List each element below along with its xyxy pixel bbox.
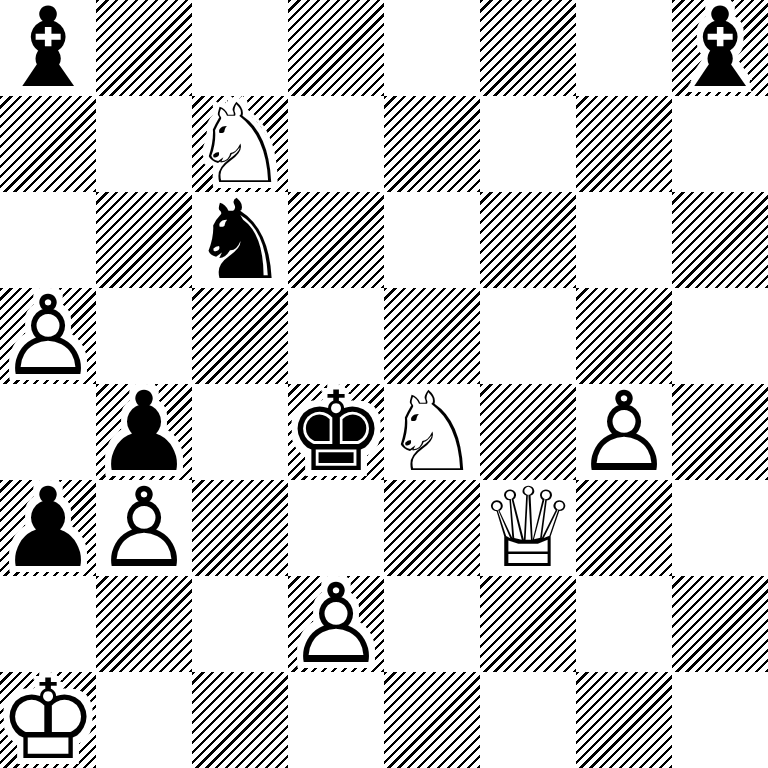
- square-b6[interactable]: [96, 192, 192, 288]
- white-king-glyph: ♔: [0, 672, 97, 768]
- square-f6[interactable]: [480, 192, 576, 288]
- square-h7[interactable]: [672, 96, 768, 192]
- square-h8[interactable]: ♝♝: [672, 0, 768, 96]
- square-f3[interactable]: ♛♕: [480, 480, 576, 576]
- white-pawn-glyph: ♙: [95, 480, 194, 576]
- square-c3[interactable]: [192, 480, 288, 576]
- square-h3[interactable]: [672, 480, 768, 576]
- square-f7[interactable]: [480, 96, 576, 192]
- square-e8[interactable]: [384, 0, 480, 96]
- square-e6[interactable]: [384, 192, 480, 288]
- square-c6[interactable]: ♞♞: [192, 192, 288, 288]
- square-g8[interactable]: [576, 0, 672, 96]
- chess-board: ♝♝♝♝♞♘♞♞♟♙♟♟♚♚♞♘♟♙♟♟♟♙♛♕♟♙♚♔: [0, 0, 768, 768]
- square-a1[interactable]: ♚♔: [0, 672, 96, 768]
- square-b8[interactable]: [96, 0, 192, 96]
- white-pawn-glyph: ♙: [0, 288, 97, 384]
- square-e7[interactable]: [384, 96, 480, 192]
- piece-white-pawn[interactable]: ♟♙: [0, 288, 96, 384]
- square-b7[interactable]: [96, 96, 192, 192]
- white-pawn-glyph: ♙: [287, 576, 386, 672]
- square-f1[interactable]: [480, 672, 576, 768]
- square-h6[interactable]: [672, 192, 768, 288]
- piece-black-bishop[interactable]: ♝♝: [0, 0, 96, 96]
- black-bishop-glyph: ♝: [0, 0, 97, 96]
- square-e4[interactable]: ♞♘: [384, 384, 480, 480]
- square-a8[interactable]: ♝♝: [0, 0, 96, 96]
- square-d8[interactable]: [288, 0, 384, 96]
- square-g7[interactable]: [576, 96, 672, 192]
- piece-black-knight[interactable]: ♞♞: [192, 192, 288, 288]
- piece-black-pawn[interactable]: ♟♟: [0, 480, 96, 576]
- white-knight-glyph: ♘: [383, 384, 482, 480]
- square-c2[interactable]: [192, 576, 288, 672]
- square-h4[interactable]: [672, 384, 768, 480]
- square-c4[interactable]: [192, 384, 288, 480]
- square-c1[interactable]: [192, 672, 288, 768]
- square-e1[interactable]: [384, 672, 480, 768]
- square-h1[interactable]: [672, 672, 768, 768]
- black-pawn-glyph: ♟: [0, 480, 97, 576]
- white-pawn-glyph: ♙: [575, 384, 674, 480]
- square-d6[interactable]: [288, 192, 384, 288]
- black-bishop-glyph: ♝: [671, 0, 768, 96]
- piece-white-pawn[interactable]: ♟♙: [96, 480, 192, 576]
- square-d7[interactable]: [288, 96, 384, 192]
- square-b3[interactable]: ♟♙: [96, 480, 192, 576]
- square-d2[interactable]: ♟♙: [288, 576, 384, 672]
- piece-white-pawn[interactable]: ♟♙: [576, 384, 672, 480]
- square-g4[interactable]: ♟♙: [576, 384, 672, 480]
- piece-black-king[interactable]: ♚♚: [288, 384, 384, 480]
- square-d4[interactable]: ♚♚: [288, 384, 384, 480]
- square-a7[interactable]: [0, 96, 96, 192]
- white-queen-glyph: ♕: [479, 480, 578, 576]
- square-g1[interactable]: [576, 672, 672, 768]
- square-b1[interactable]: [96, 672, 192, 768]
- square-f2[interactable]: [480, 576, 576, 672]
- piece-white-pawn[interactable]: ♟♙: [288, 576, 384, 672]
- black-king-glyph: ♚: [287, 384, 386, 480]
- square-h2[interactable]: [672, 576, 768, 672]
- piece-white-queen[interactable]: ♛♕: [480, 480, 576, 576]
- square-d1[interactable]: [288, 672, 384, 768]
- piece-white-knight[interactable]: ♞♘: [384, 384, 480, 480]
- square-e3[interactable]: [384, 480, 480, 576]
- black-knight-glyph: ♞: [191, 192, 290, 288]
- square-g3[interactable]: [576, 480, 672, 576]
- square-e2[interactable]: [384, 576, 480, 672]
- square-f5[interactable]: [480, 288, 576, 384]
- square-f8[interactable]: [480, 0, 576, 96]
- square-b2[interactable]: [96, 576, 192, 672]
- piece-white-king[interactable]: ♚♔: [0, 672, 96, 768]
- square-c5[interactable]: [192, 288, 288, 384]
- square-h5[interactable]: [672, 288, 768, 384]
- square-g6[interactable]: [576, 192, 672, 288]
- square-a5[interactable]: ♟♙: [0, 288, 96, 384]
- square-g2[interactable]: [576, 576, 672, 672]
- square-a3[interactable]: ♟♟: [0, 480, 96, 576]
- piece-black-bishop[interactable]: ♝♝: [672, 0, 768, 96]
